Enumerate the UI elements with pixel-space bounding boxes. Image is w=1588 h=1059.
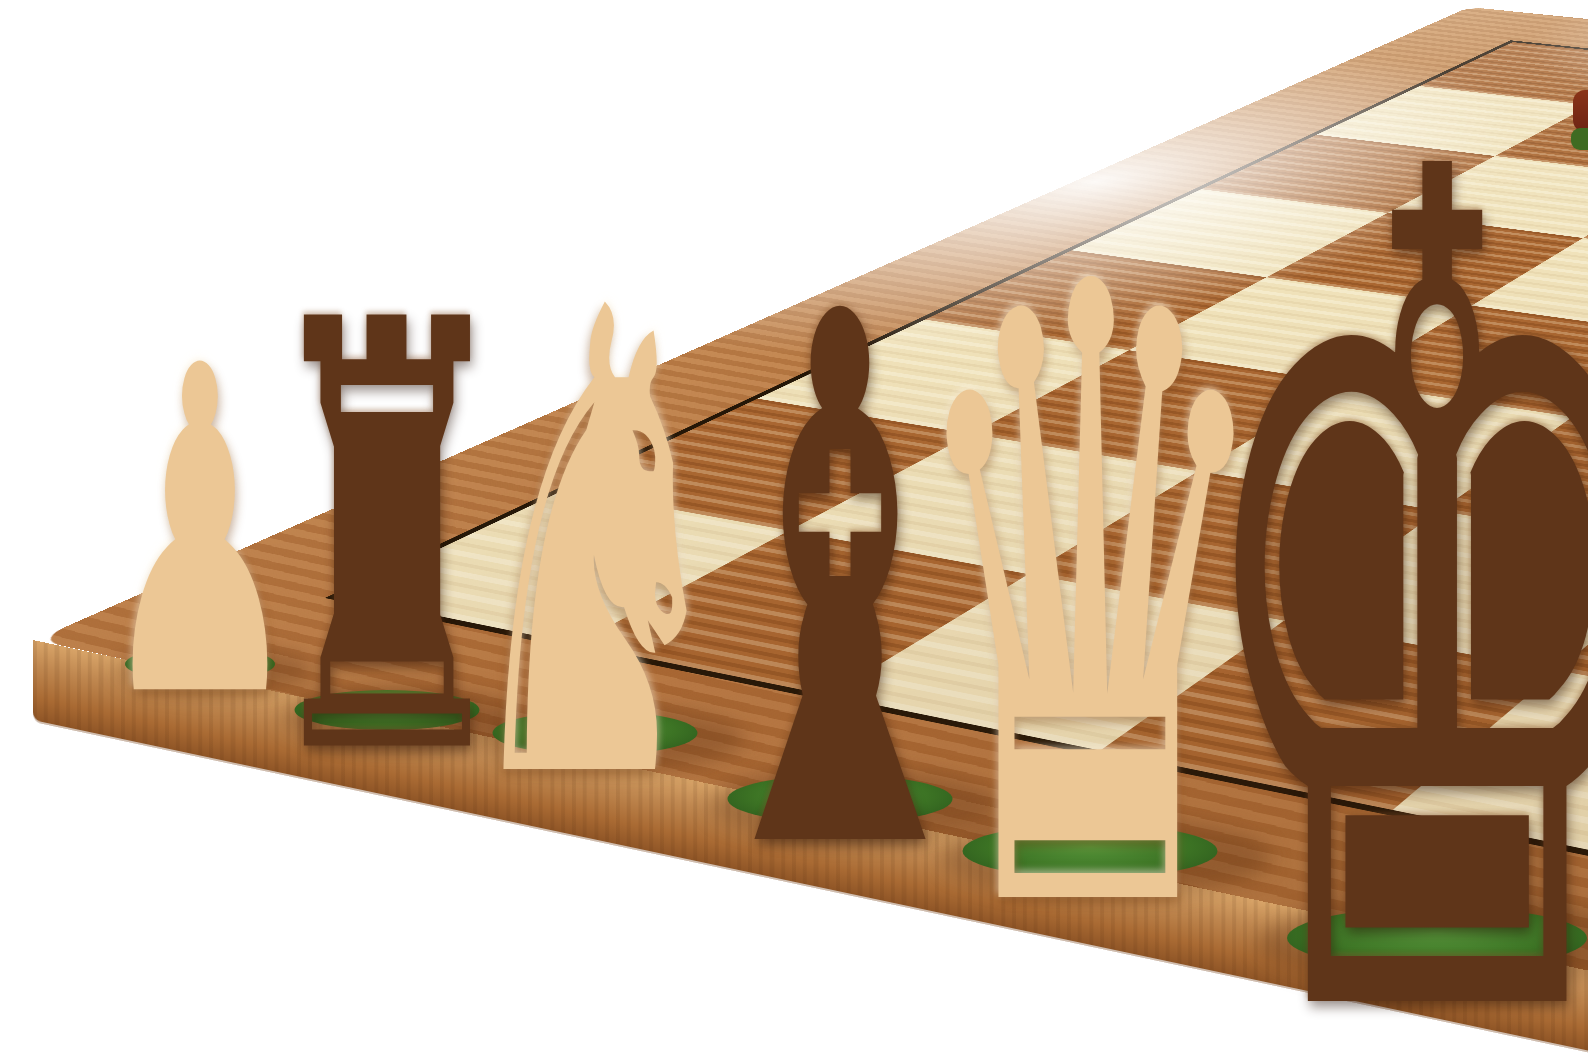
product-photo-stage: ♟♜♞♝♛♚ (0, 0, 1588, 1059)
black-king-piece: ♚ (1179, 28, 1588, 1059)
